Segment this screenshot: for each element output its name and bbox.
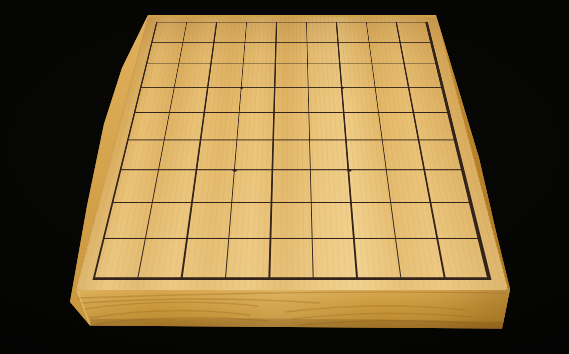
- board-top-surface: [76, 17, 508, 290]
- shogi-board: [0, 0, 569, 354]
- star-point: [340, 87, 344, 89]
- board-front-face: [76, 288, 510, 329]
- photo-background: [0, 0, 569, 354]
- star-point: [240, 87, 244, 89]
- board-grid[interactable]: [92, 22, 491, 280]
- star-point: [347, 169, 351, 172]
- star-point: [233, 169, 237, 172]
